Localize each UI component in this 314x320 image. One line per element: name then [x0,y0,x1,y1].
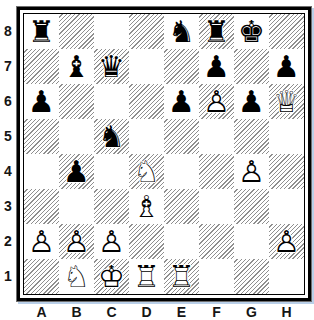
square-d6[interactable] [129,84,164,119]
file-label-a: A [24,304,59,320]
piece-outline: ♗ [129,189,164,224]
piece-black-pawn: ♟ [164,84,199,119]
piece-outline: ♘ [59,259,94,294]
square-a7[interactable] [24,49,59,84]
square-d1[interactable]: ♜♖ [129,259,164,294]
square-b7[interactable]: ♝ [59,49,94,84]
square-h5[interactable] [269,119,304,154]
square-h1[interactable] [269,259,304,294]
square-a5[interactable] [24,119,59,154]
piece-white-bishop: ♝♗ [129,189,164,224]
square-e1[interactable]: ♜♖ [164,259,199,294]
square-c8[interactable] [94,14,129,49]
square-b8[interactable] [59,14,94,49]
square-g3[interactable] [234,189,269,224]
square-e8[interactable]: ♞ [164,14,199,49]
square-c3[interactable] [94,189,129,224]
square-f5[interactable] [199,119,234,154]
square-b3[interactable] [59,189,94,224]
piece-white-pawn: ♟♙ [24,224,59,259]
square-g4[interactable]: ♟♙ [234,154,269,189]
piece-black-queen: ♛ [94,49,129,84]
file-label-f: F [199,304,234,320]
piece-black-pawn: ♟ [269,49,304,84]
file-label-c: C [94,304,129,320]
square-g5[interactable] [234,119,269,154]
piece-black-rook: ♜ [24,14,59,49]
square-e3[interactable] [164,189,199,224]
square-b6[interactable] [59,84,94,119]
piece-outline: ♙ [24,224,59,259]
piece-white-rook: ♜♖ [164,259,199,294]
square-e7[interactable] [164,49,199,84]
square-d8[interactable] [129,14,164,49]
piece-outline: ♙ [59,224,94,259]
square-c6[interactable] [94,84,129,119]
rank-label-4: 4 [0,154,16,189]
square-g8[interactable]: ♚ [234,14,269,49]
file-label-d: D [129,304,164,320]
piece-black-pawn: ♟ [24,84,59,119]
square-h2[interactable]: ♟♙ [269,224,304,259]
square-b4[interactable]: ♟ [59,154,94,189]
rank-label-1: 1 [0,259,16,294]
square-f1[interactable] [199,259,234,294]
piece-white-pawn: ♟♙ [269,224,304,259]
square-e5[interactable] [164,119,199,154]
chess-board: ♜♞♜♚♝♛♟♟♟♟♟♙♟♛♕♞♟♞♘♟♙♝♗♟♙♟♙♟♙♟♙♞♘♚♔♜♖♜♖ [23,13,305,295]
piece-outline: ♘ [129,154,164,189]
square-h7[interactable]: ♟ [269,49,304,84]
square-f3[interactable] [199,189,234,224]
square-c2[interactable]: ♟♙ [94,224,129,259]
square-e4[interactable] [164,154,199,189]
file-labels: ABCDEFGH [24,304,304,320]
piece-white-rook: ♜♖ [129,259,164,294]
square-b1[interactable]: ♞♘ [59,259,94,294]
square-a1[interactable] [24,259,59,294]
piece-white-pawn: ♟♙ [94,224,129,259]
square-g1[interactable] [234,259,269,294]
square-a3[interactable] [24,189,59,224]
piece-outline: ♙ [269,224,304,259]
square-a2[interactable]: ♟♙ [24,224,59,259]
piece-white-king: ♚♔ [94,259,129,294]
square-a4[interactable] [24,154,59,189]
square-b2[interactable]: ♟♙ [59,224,94,259]
file-label-b: B [59,304,94,320]
rank-label-8: 8 [0,14,16,49]
square-d5[interactable] [129,119,164,154]
piece-outline: ♙ [234,154,269,189]
square-h3[interactable] [269,189,304,224]
square-g6[interactable]: ♟ [234,84,269,119]
square-h6[interactable]: ♛♕ [269,84,304,119]
piece-black-pawn: ♟ [199,49,234,84]
square-d2[interactable] [129,224,164,259]
file-label-h: H [269,304,304,320]
square-c4[interactable] [94,154,129,189]
square-d4[interactable]: ♞♘ [129,154,164,189]
rank-label-3: 3 [0,189,16,224]
rank-labels: 87654321 [0,6,16,294]
file-label-e: E [164,304,199,320]
piece-black-pawn: ♟ [234,84,269,119]
square-f7[interactable]: ♟ [199,49,234,84]
piece-outline: ♕ [269,84,304,119]
piece-outline: ♙ [199,84,234,119]
rank-label-7: 7 [0,49,16,84]
piece-black-knight: ♞ [94,119,129,154]
piece-outline: ♙ [94,224,129,259]
square-h4[interactable] [269,154,304,189]
square-h8[interactable] [269,14,304,49]
rank-label-5: 5 [0,119,16,154]
square-b5[interactable] [59,119,94,154]
piece-black-rook: ♜ [199,14,234,49]
piece-white-pawn: ♟♙ [59,224,94,259]
piece-black-bishop: ♝ [59,49,94,84]
piece-white-pawn: ♟♙ [234,154,269,189]
square-a8[interactable]: ♜ [24,14,59,49]
piece-black-knight: ♞ [164,14,199,49]
board-area: 87654321 ♜♞♜♚♝♛♟♟♟♟♟♙♟♛♕♞♟♞♘♟♙♝♗♟♙♟♙♟♙♟♙… [0,6,314,302]
square-d3[interactable]: ♝♗ [129,189,164,224]
piece-black-king: ♚ [234,14,269,49]
square-g2[interactable] [234,224,269,259]
square-f4[interactable] [199,154,234,189]
square-c7[interactable]: ♛ [94,49,129,84]
piece-outline: ♔ [94,259,129,294]
chess-diagram: 87654321 ♜♞♜♚♝♛♟♟♟♟♟♙♟♛♕♞♟♞♘♟♙♝♗♟♙♟♙♟♙♟♙… [0,0,314,320]
piece-outline: ♖ [164,259,199,294]
piece-white-pawn: ♟♙ [199,84,234,119]
board-frame: ♜♞♜♚♝♛♟♟♟♟♟♙♟♛♕♞♟♞♘♟♙♝♗♟♙♟♙♟♙♟♙♞♘♚♔♜♖♜♖ [16,6,312,302]
square-e2[interactable] [164,224,199,259]
square-c5[interactable]: ♞ [94,119,129,154]
rank-label-6: 6 [0,84,16,119]
file-label-g: G [234,304,269,320]
square-c1[interactable]: ♚♔ [94,259,129,294]
square-g7[interactable] [234,49,269,84]
square-e6[interactable]: ♟ [164,84,199,119]
piece-outline: ♖ [129,259,164,294]
piece-white-queen: ♛♕ [269,84,304,119]
square-f6[interactable]: ♟♙ [199,84,234,119]
square-f8[interactable]: ♜ [199,14,234,49]
square-d7[interactable] [129,49,164,84]
piece-white-knight: ♞♘ [59,259,94,294]
square-f2[interactable] [199,224,234,259]
piece-white-knight: ♞♘ [129,154,164,189]
piece-black-pawn: ♟ [59,154,94,189]
square-a6[interactable]: ♟ [24,84,59,119]
board-frame-inner: ♜♞♜♚♝♛♟♟♟♟♟♙♟♛♕♞♟♞♘♟♙♝♗♟♙♟♙♟♙♟♙♞♘♚♔♜♖♜♖ [17,7,311,301]
rank-label-2: 2 [0,224,16,259]
